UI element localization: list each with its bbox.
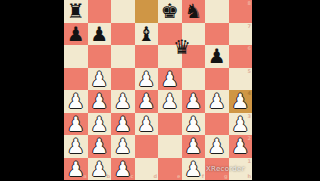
watermark: XRecorder bbox=[206, 165, 245, 173]
piece-white-pawn: ♟ bbox=[184, 114, 202, 134]
square-b1[interactable]: ♟b bbox=[88, 158, 112, 181]
square-f4[interactable]: ♟ bbox=[182, 90, 206, 113]
square-b3[interactable]: ♟ bbox=[88, 113, 112, 136]
piece-white-pawn: ♟ bbox=[208, 136, 226, 156]
piece-black-bishop: ♝ bbox=[137, 24, 155, 44]
square-d2[interactable] bbox=[135, 135, 159, 158]
square-a6[interactable] bbox=[64, 45, 88, 68]
coord-file-d: d bbox=[153, 174, 157, 179]
square-h3[interactable]: ♟3 bbox=[229, 113, 253, 136]
piece-white-pawn: ♟ bbox=[90, 69, 108, 89]
square-h7[interactable]: 7 bbox=[229, 23, 253, 46]
square-f1[interactable]: ♟f bbox=[182, 158, 206, 181]
piece-white-pawn: ♟ bbox=[231, 114, 249, 134]
square-d8[interactable] bbox=[135, 0, 159, 23]
square-a8[interactable]: ♜ bbox=[64, 0, 88, 23]
square-b4[interactable]: ♟ bbox=[88, 90, 112, 113]
square-d1[interactable]: d bbox=[135, 158, 159, 181]
piece-white-pawn: ♟ bbox=[90, 136, 108, 156]
square-f2[interactable]: ♟ bbox=[182, 135, 206, 158]
coord-rank-1: 1 bbox=[248, 159, 251, 164]
piece-white-pawn: ♟ bbox=[67, 136, 85, 156]
square-f5[interactable] bbox=[182, 68, 206, 91]
square-e8[interactable]: ♚ bbox=[158, 0, 182, 23]
piece-white-pawn: ♟ bbox=[208, 91, 226, 111]
square-b2[interactable]: ♟ bbox=[88, 135, 112, 158]
square-b8[interactable] bbox=[88, 0, 112, 23]
piece-white-pawn: ♟ bbox=[90, 114, 108, 134]
coord-rank-5: 5 bbox=[248, 69, 251, 74]
square-c5[interactable] bbox=[111, 68, 135, 91]
square-g2[interactable]: ♟ bbox=[205, 135, 229, 158]
square-c1[interactable]: ♟c bbox=[111, 158, 135, 181]
square-h6[interactable]: 6 bbox=[229, 45, 253, 68]
square-g7[interactable] bbox=[205, 23, 229, 46]
square-c2[interactable]: ♟ bbox=[111, 135, 135, 158]
square-d5[interactable]: ♟ bbox=[135, 68, 159, 91]
square-a2[interactable]: ♟ bbox=[64, 135, 88, 158]
piece-white-pawn: ♟ bbox=[114, 136, 132, 156]
square-h5[interactable]: 5 bbox=[229, 68, 253, 91]
piece-black-rook: ♜ bbox=[67, 1, 85, 21]
square-h4[interactable]: ♟4 bbox=[229, 90, 253, 113]
square-g5[interactable] bbox=[205, 68, 229, 91]
square-c4[interactable]: ♟ bbox=[111, 90, 135, 113]
square-e5[interactable]: ♟ bbox=[158, 68, 182, 91]
piece-white-pawn: ♟ bbox=[114, 91, 132, 111]
square-d6[interactable] bbox=[135, 45, 159, 68]
piece-black-pawn: ♟ bbox=[67, 24, 85, 44]
square-c6[interactable] bbox=[111, 45, 135, 68]
square-a4[interactable]: ♟ bbox=[64, 90, 88, 113]
piece-white-pawn: ♟ bbox=[161, 69, 179, 89]
coord-rank-4: 4 bbox=[248, 91, 251, 96]
piece-black-knight: ♞ bbox=[184, 1, 202, 21]
square-a1[interactable]: ♟a bbox=[64, 158, 88, 181]
piece-white-pawn: ♟ bbox=[137, 91, 155, 111]
chess-board: ♜♚♞8♟♟♝7♟6♟♟♟5♟♟♟♟♟♟♟♟4♟♟♟♟♟♟3♟♟♟♟♟♟2♟a♟… bbox=[64, 0, 252, 180]
square-e2[interactable] bbox=[158, 135, 182, 158]
video-frame: ♜♚♞8♟♟♝7♟6♟♟♟5♟♟♟♟♟♟♟♟4♟♟♟♟♟♟3♟♟♟♟♟♟2♟a♟… bbox=[0, 0, 320, 180]
coord-rank-6: 6 bbox=[248, 46, 251, 51]
square-e1[interactable]: e bbox=[158, 158, 182, 181]
piece-black-pawn: ♟ bbox=[208, 46, 226, 66]
coord-file-a: a bbox=[83, 174, 86, 179]
piece-white-pawn: ♟ bbox=[184, 91, 202, 111]
square-f6[interactable] bbox=[182, 45, 206, 68]
square-c8[interactable] bbox=[111, 0, 135, 23]
square-b7[interactable]: ♟ bbox=[88, 23, 112, 46]
square-g4[interactable]: ♟ bbox=[205, 90, 229, 113]
square-f7[interactable] bbox=[182, 23, 206, 46]
piece-white-pawn: ♟ bbox=[137, 69, 155, 89]
square-g6[interactable]: ♟ bbox=[205, 45, 229, 68]
square-e3[interactable] bbox=[158, 113, 182, 136]
square-e4[interactable]: ♟ bbox=[158, 90, 182, 113]
coord-file-b: b bbox=[106, 174, 110, 179]
letterbox-left bbox=[0, 0, 64, 180]
piece-white-pawn: ♟ bbox=[184, 136, 202, 156]
square-a7[interactable]: ♟ bbox=[64, 23, 88, 46]
piece-white-pawn: ♟ bbox=[161, 91, 179, 111]
square-g3[interactable] bbox=[205, 113, 229, 136]
piece-white-pawn: ♟ bbox=[67, 159, 85, 179]
square-b6[interactable] bbox=[88, 45, 112, 68]
coord-file-h: h bbox=[247, 174, 251, 179]
coord-rank-7: 7 bbox=[248, 24, 251, 29]
coord-file-c: c bbox=[131, 174, 134, 179]
piece-black-pawn: ♟ bbox=[90, 24, 108, 44]
square-h2[interactable]: ♟2 bbox=[229, 135, 253, 158]
square-f8[interactable]: ♞ bbox=[182, 0, 206, 23]
square-d7[interactable]: ♝ bbox=[135, 23, 159, 46]
square-b5[interactable]: ♟ bbox=[88, 68, 112, 91]
coord-rank-8: 8 bbox=[248, 1, 251, 6]
piece-white-pawn: ♟ bbox=[231, 136, 249, 156]
square-e6[interactable] bbox=[158, 45, 182, 68]
square-c7[interactable] bbox=[111, 23, 135, 46]
piece-white-pawn: ♟ bbox=[67, 114, 85, 134]
square-a5[interactable] bbox=[64, 68, 88, 91]
square-e7[interactable] bbox=[158, 23, 182, 46]
square-h8[interactable]: 8 bbox=[229, 0, 253, 23]
piece-white-pawn: ♟ bbox=[137, 114, 155, 134]
piece-white-pawn: ♟ bbox=[114, 114, 132, 134]
piece-white-pawn: ♟ bbox=[90, 91, 108, 111]
coord-file-g: g bbox=[224, 174, 228, 179]
piece-white-pawn: ♟ bbox=[114, 159, 132, 179]
square-d3[interactable]: ♟ bbox=[135, 113, 159, 136]
letterbox-right bbox=[252, 0, 320, 180]
square-c3[interactable]: ♟ bbox=[111, 113, 135, 136]
piece-black-king: ♚ bbox=[161, 1, 179, 21]
piece-white-pawn: ♟ bbox=[231, 91, 249, 111]
coord-file-e: e bbox=[177, 174, 180, 179]
piece-white-pawn: ♟ bbox=[67, 91, 85, 111]
square-d4[interactable]: ♟ bbox=[135, 90, 159, 113]
coord-file-f: f bbox=[202, 174, 204, 179]
coord-rank-3: 3 bbox=[248, 114, 251, 119]
square-f3[interactable]: ♟ bbox=[182, 113, 206, 136]
piece-white-pawn: ♟ bbox=[184, 159, 202, 179]
coord-rank-2: 2 bbox=[248, 136, 251, 141]
square-g8[interactable] bbox=[205, 0, 229, 23]
square-a3[interactable]: ♟ bbox=[64, 113, 88, 136]
